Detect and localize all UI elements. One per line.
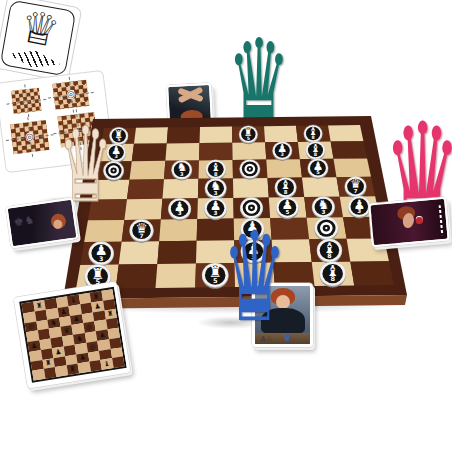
token-value: 3 [321,209,325,215]
token-value: 7 [139,232,143,239]
token-c6-knight[interactable]: ♞3 [172,160,192,180]
token-value: 3 [281,152,284,157]
token-e6-target[interactable] [240,159,260,179]
token-value: 5 [117,137,120,142]
square-c7 [165,143,199,161]
square-b5 [127,179,164,199]
square-e5 [233,178,269,198]
token-b3-queen[interactable]: ♛7 [130,219,154,243]
square-c8 [167,127,200,144]
card-art-chess-pieces: ♚♞ [13,213,36,229]
token-value: 8 [327,252,331,259]
token-value: 5 [316,169,320,175]
token-value: 8 [312,135,315,140]
square-f8 [264,126,298,143]
token-value: 3 [99,255,103,262]
square-g5 [302,177,340,197]
token-value: 3 [178,210,182,216]
token-d6-bishop[interactable]: ♝8 [206,160,226,180]
token-a2-pawn[interactable]: ♟3 [89,242,114,267]
diagram-cell [112,357,125,368]
token-value: 3 [180,171,184,177]
token-f5-bishop[interactable]: ♝8 [275,177,296,198]
token-value: 5 [247,136,250,141]
square-b7 [132,143,167,161]
token-c4-pawn[interactable]: ♟3 [168,198,191,220]
square-c2 [157,241,196,264]
square-b2 [119,241,159,264]
token-value: 8 [284,189,288,195]
square-b6 [129,161,165,180]
token-g4-knight[interactable]: ♞3 [312,196,335,218]
token-e8-rook[interactable]: ♜5 [239,126,257,145]
square-b4 [124,199,162,220]
square-c3 [159,219,197,241]
square-b1 [116,264,158,288]
queen-glyph: ♛ [222,215,286,339]
token-g3-target[interactable] [314,217,338,241]
token-value: 8 [214,171,218,177]
square-f6 [266,159,302,178]
chess-diagram-card[interactable]: ♜♝♜♟♟◎♞♟♜♛◎♟♞♟♟◎♜♟♜♝ [13,281,130,388]
square-c1 [156,264,196,288]
product-photo: ♛ ♜5♜5♝8♟3♟3♝8♞3♝8♟5♞3♝8♛7♟3♟3♟5♞3♟3♛7♟5… [0,0,452,452]
token-value: 3 [115,154,118,159]
square-e7 [232,142,266,160]
square-b8 [134,127,168,144]
queen-piece-blue[interactable]: ♛ [199,215,259,339]
card-art-glass [416,217,424,225]
token-d5-knight[interactable]: ♞3 [205,178,226,199]
token-f7-pawn[interactable]: ♟3 [273,142,292,161]
card-art-face [402,212,415,229]
square-c5 [162,179,198,199]
diagram-card-board: ♜♝♜♟♟◎♞♟♜♛◎♟♞♟♟◎♜♟♜♝ [19,287,127,383]
square-d8 [200,127,233,144]
token-g6-pawn[interactable]: ♟5 [308,159,328,179]
token-g7-bishop[interactable]: ♝8 [306,141,325,160]
card-deck-right[interactable] [368,197,450,248]
token-value: 8 [330,275,335,283]
card-art-title-text [439,205,444,235]
token-g1-bishop[interactable]: ♝8 [320,261,346,287]
token-g2-bishop[interactable]: ♝8 [317,239,342,264]
token-value: 3 [214,190,218,196]
square-d7 [199,143,233,161]
